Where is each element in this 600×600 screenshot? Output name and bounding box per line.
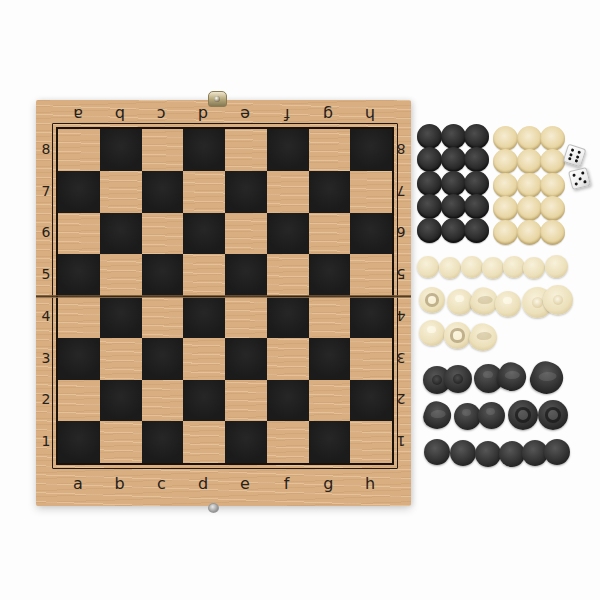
square-g8 xyxy=(309,129,351,171)
black-checker xyxy=(464,171,489,196)
square-f6 xyxy=(267,213,309,255)
square-h8 xyxy=(350,129,392,171)
file-label-top-f: f xyxy=(284,106,290,122)
rank-label-right-8: 8 xyxy=(397,142,406,156)
square-d5 xyxy=(183,254,225,296)
square-e7 xyxy=(225,171,267,213)
file-label-top-a: a xyxy=(73,106,83,122)
rank-label-right-3: 3 xyxy=(397,351,406,365)
square-a7 xyxy=(58,171,100,213)
square-g5 xyxy=(309,254,351,296)
square-b2 xyxy=(100,380,142,422)
square-f2 xyxy=(267,380,309,422)
white-chess-piece-dome-top-view xyxy=(495,291,521,317)
file-label-top-e: e xyxy=(240,106,250,122)
square-g2 xyxy=(309,380,351,422)
square-c5 xyxy=(142,254,184,296)
black-chess-piece-knight-top-view xyxy=(526,357,568,399)
square-h2 xyxy=(350,380,392,422)
square-h7 xyxy=(350,171,392,213)
rank-label-left-5: 5 xyxy=(42,267,51,281)
square-c8 xyxy=(142,129,184,171)
die-pip xyxy=(583,180,587,184)
square-a2 xyxy=(58,380,100,422)
white-chess-piece-ring-top-view xyxy=(419,287,445,313)
file-label-bottom-e: e xyxy=(240,476,250,492)
square-c3 xyxy=(142,338,184,380)
black-chess-piece-dome-top-view xyxy=(454,403,481,430)
square-h3 xyxy=(350,338,392,380)
square-d3 xyxy=(183,338,225,380)
die-pip xyxy=(569,152,573,156)
rank-label-left-2: 2 xyxy=(42,392,51,406)
die-2-face-5 xyxy=(568,167,591,190)
square-e2 xyxy=(225,380,267,422)
white-checker xyxy=(517,149,542,174)
square-e5 xyxy=(225,254,267,296)
square-b5 xyxy=(100,254,142,296)
die-pip xyxy=(568,157,572,161)
square-d4 xyxy=(183,296,225,338)
square-f7 xyxy=(267,171,309,213)
die-pip xyxy=(576,155,580,159)
black-checker xyxy=(417,171,442,196)
white-checker xyxy=(493,173,518,198)
square-d1 xyxy=(183,421,225,463)
file-label-bottom-g: g xyxy=(323,476,333,492)
file-label-bottom-a: a xyxy=(73,476,83,492)
square-b6 xyxy=(100,213,142,255)
black-checker xyxy=(441,194,466,219)
square-b4 xyxy=(100,296,142,338)
square-h6 xyxy=(350,213,392,255)
square-c2 xyxy=(142,380,184,422)
black-chess-piece-ring-top-view xyxy=(508,400,538,430)
clasp-icon xyxy=(208,91,227,107)
white-checker xyxy=(517,220,542,245)
square-c7 xyxy=(142,171,184,213)
square-f3 xyxy=(267,338,309,380)
die-pip xyxy=(578,177,582,181)
white-checker xyxy=(540,149,565,174)
white-chess-piece-pawn-top-view xyxy=(523,257,545,279)
black-checker xyxy=(441,124,466,149)
black-checker xyxy=(464,218,489,243)
rank-label-left-4: 4 xyxy=(42,309,51,323)
file-label-bottom-d: d xyxy=(198,476,208,492)
square-h5 xyxy=(350,254,392,296)
black-checker xyxy=(441,218,466,243)
black-chess-piece-pawn-top-view xyxy=(450,440,476,466)
rank-label-right-4: 4 xyxy=(397,309,406,323)
square-c6 xyxy=(142,213,184,255)
white-chess-piece-pawn-top-view xyxy=(461,256,483,278)
file-label-bottom-b: b xyxy=(115,476,125,492)
white-chess-piece-dome-top-view xyxy=(419,320,445,346)
rank-label-left-1: 1 xyxy=(42,434,51,448)
square-f4 xyxy=(267,296,309,338)
square-a3 xyxy=(58,338,100,380)
file-label-top-b: b xyxy=(115,106,125,122)
square-h1 xyxy=(350,421,392,463)
black-checker xyxy=(464,124,489,149)
square-a8 xyxy=(58,129,100,171)
white-chess-piece-pawn-top-view xyxy=(503,256,525,278)
square-a1 xyxy=(58,421,100,463)
white-checker xyxy=(540,196,565,221)
white-chess-piece-big-top-view xyxy=(543,285,573,315)
white-checker xyxy=(493,149,518,174)
square-f8 xyxy=(267,129,309,171)
file-label-bottom-h: h xyxy=(365,476,375,492)
black-checker xyxy=(464,147,489,172)
square-c4 xyxy=(142,296,184,338)
die-pip xyxy=(581,172,585,176)
black-chess-piece-pawn-top-view xyxy=(475,441,501,467)
black-checker xyxy=(417,124,442,149)
white-checker xyxy=(493,220,518,245)
file-label-top-h: h xyxy=(365,106,375,122)
square-g3 xyxy=(309,338,351,380)
square-d2 xyxy=(183,380,225,422)
black-checker xyxy=(464,194,489,219)
black-checker xyxy=(417,218,442,243)
white-checker xyxy=(540,126,565,151)
file-label-bottom-c: c xyxy=(157,476,166,492)
square-a6 xyxy=(58,213,100,255)
black-chess-piece-knight-top-view xyxy=(494,359,530,395)
chess-board: aabbccddeeffgghh8877665544332211 xyxy=(36,100,411,506)
white-checker xyxy=(517,173,542,198)
black-checker xyxy=(441,171,466,196)
black-checker xyxy=(441,147,466,172)
square-a5 xyxy=(58,254,100,296)
die-pip xyxy=(578,150,582,154)
rank-label-right-1: 1 xyxy=(397,434,406,448)
die-pip xyxy=(571,148,575,152)
black-checker xyxy=(417,147,442,172)
black-chess-piece-dome-top-view xyxy=(478,402,505,429)
rank-label-right-7: 7 xyxy=(397,184,406,198)
black-chess-piece-knight-top-view xyxy=(420,398,455,433)
square-g4 xyxy=(309,296,351,338)
square-g6 xyxy=(309,213,351,255)
rank-label-left-3: 3 xyxy=(42,351,51,365)
square-d6 xyxy=(183,213,225,255)
rank-label-right-6: 6 xyxy=(397,225,406,239)
square-b1 xyxy=(100,421,142,463)
file-label-top-d: d xyxy=(198,106,208,122)
white-checker xyxy=(517,196,542,221)
square-a4 xyxy=(58,296,100,338)
square-h4 xyxy=(350,296,392,338)
white-checker xyxy=(540,220,565,245)
die-pip xyxy=(575,182,579,186)
white-checker xyxy=(493,126,518,151)
black-chess-piece-pawn-top-view xyxy=(544,439,570,465)
white-chess-piece-ring-top-view xyxy=(444,322,471,349)
square-e6 xyxy=(225,213,267,255)
black-chess-piece-pawn-top-view xyxy=(424,439,450,465)
rank-label-left-8: 8 xyxy=(42,142,51,156)
white-checker xyxy=(493,196,518,221)
square-e1 xyxy=(225,421,267,463)
white-checker xyxy=(517,126,542,151)
rank-label-left-6: 6 xyxy=(42,225,51,239)
file-label-top-g: g xyxy=(323,106,333,122)
rank-label-left-7: 7 xyxy=(42,184,51,198)
black-chess-piece-big-top-view xyxy=(444,365,472,393)
white-chess-piece-pawn-top-view xyxy=(545,255,568,278)
square-f1 xyxy=(267,421,309,463)
square-d8 xyxy=(183,129,225,171)
product-photo: aabbccddeeffgghh8877665544332211 xyxy=(0,0,600,600)
square-e8 xyxy=(225,129,267,171)
white-chess-piece-pawn-top-view xyxy=(439,257,461,279)
square-e4 xyxy=(225,296,267,338)
file-label-top-c: c xyxy=(157,106,166,122)
square-g7 xyxy=(309,171,351,213)
file-label-bottom-f: f xyxy=(284,476,290,492)
square-b3 xyxy=(100,338,142,380)
black-checker xyxy=(417,194,442,219)
latch-pin-icon xyxy=(208,503,219,513)
square-d7 xyxy=(183,171,225,213)
white-chess-piece-pawn-top-view xyxy=(482,257,504,279)
die-pip xyxy=(573,174,577,178)
white-chess-piece-pawn-top-view xyxy=(417,256,439,278)
white-chess-piece-knight-top-view xyxy=(466,320,501,355)
square-b7 xyxy=(100,171,142,213)
rank-label-right-5: 5 xyxy=(397,267,406,281)
black-chess-piece-ring-top-view xyxy=(538,400,568,430)
square-c1 xyxy=(142,421,184,463)
white-checker xyxy=(540,173,565,198)
square-e3 xyxy=(225,338,267,380)
rank-label-right-2: 2 xyxy=(397,392,406,406)
square-f5 xyxy=(267,254,309,296)
fold-seam xyxy=(36,295,411,298)
square-b8 xyxy=(100,129,142,171)
die-pip xyxy=(575,159,579,163)
square-g1 xyxy=(309,421,351,463)
die-1-face-6 xyxy=(563,144,587,168)
